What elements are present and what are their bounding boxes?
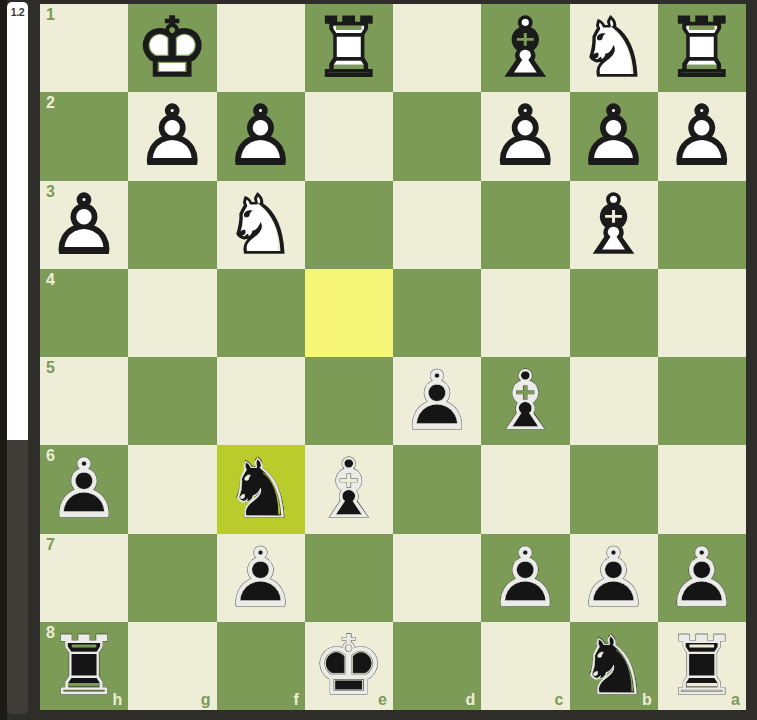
square-b7[interactable]: ♟♙ — [570, 534, 658, 622]
white-rook[interactable]: ♜♖ — [305, 4, 393, 92]
square-b6[interactable] — [570, 445, 658, 533]
square-c5[interactable]: ♝♗ — [481, 357, 569, 445]
square-d6[interactable] — [393, 445, 481, 533]
square-e3[interactable] — [305, 181, 393, 269]
black-king[interactable]: ♚♔ — [305, 622, 393, 710]
piece-glyph-fill: ♟ — [665, 537, 739, 619]
piece-glyph-outline: ♗ — [312, 448, 386, 530]
black-rook[interactable]: ♜♖ — [658, 622, 746, 710]
square-g1[interactable]: ♚♔ — [128, 4, 216, 92]
piece-glyph-outline: ♖ — [665, 7, 739, 89]
piece-glyph-fill: ♚ — [312, 625, 386, 707]
piece-glyph-outline: ♙ — [665, 95, 739, 177]
square-c3[interactable] — [481, 181, 569, 269]
square-h2[interactable]: 2 — [40, 92, 128, 180]
square-a3[interactable] — [658, 181, 746, 269]
square-a2[interactable]: ♟♙ — [658, 92, 746, 180]
piece-glyph-outline: ♘ — [577, 625, 651, 707]
evaluation-value: 1.2 — [7, 6, 28, 18]
white-pawn[interactable]: ♟♙ — [481, 92, 569, 180]
square-b3[interactable]: ♝♗ — [570, 181, 658, 269]
piece-glyph-outline: ♙ — [489, 537, 563, 619]
piece-glyph-fill: ♚ — [136, 7, 210, 89]
black-bishop[interactable]: ♝♗ — [481, 357, 569, 445]
black-bishop[interactable]: ♝♗ — [305, 445, 393, 533]
black-pawn[interactable]: ♟♙ — [658, 534, 746, 622]
piece-glyph-fill: ♟ — [47, 184, 121, 266]
white-knight[interactable]: ♞♘ — [570, 4, 658, 92]
piece-glyph-fill: ♟ — [577, 95, 651, 177]
piece-glyph-outline: ♔ — [312, 625, 386, 707]
square-f7[interactable]: ♟♙ — [217, 534, 305, 622]
square-g6[interactable] — [128, 445, 216, 533]
white-rook[interactable]: ♜♖ — [658, 4, 746, 92]
piece-glyph-outline: ♗ — [489, 360, 563, 442]
piece-glyph-fill: ♜ — [665, 625, 739, 707]
square-h1[interactable]: 1 — [40, 4, 128, 92]
piece-glyph-outline: ♘ — [224, 184, 298, 266]
black-pawn[interactable]: ♟♙ — [217, 534, 305, 622]
square-a4[interactable] — [658, 269, 746, 357]
piece-glyph-outline: ♙ — [400, 360, 474, 442]
square-e2[interactable] — [305, 92, 393, 180]
square-a8[interactable]: a♜♖ — [658, 622, 746, 710]
square-c8[interactable]: c — [481, 622, 569, 710]
white-bishop[interactable]: ♝♗ — [570, 181, 658, 269]
square-e6[interactable]: ♝♗ — [305, 445, 393, 533]
piece-glyph-outline: ♙ — [47, 184, 121, 266]
chess-board: 1♚♔♜♖♝♗♞♘♜♖2♟♙♟♙♟♙♟♙♟♙3♟♙♞♘♝♗45♟♙♝♗6♟♙♞♘… — [40, 4, 746, 710]
square-h4[interactable]: 4 — [40, 269, 128, 357]
square-c2[interactable]: ♟♙ — [481, 92, 569, 180]
rank-label-1: 1 — [46, 7, 55, 23]
piece-glyph-fill: ♟ — [224, 537, 298, 619]
piece-glyph-outline: ♙ — [665, 537, 739, 619]
piece-glyph-outline: ♘ — [224, 448, 298, 530]
square-e4[interactable] — [305, 269, 393, 357]
square-e7[interactable] — [305, 534, 393, 622]
square-g3[interactable] — [128, 181, 216, 269]
white-pawn[interactable]: ♟♙ — [40, 181, 128, 269]
square-d7[interactable] — [393, 534, 481, 622]
game-screen: 1.2 1♚♔♜♖♝♗♞♘♜♖2♟♙♟♙♟♙♟♙♟♙3♟♙♞♘♝♗45♟♙♝♗6… — [0, 0, 757, 720]
square-h8[interactable]: 8h♜♖ — [40, 622, 128, 710]
file-label-d: d — [465, 692, 475, 708]
piece-glyph-outline: ♙ — [489, 95, 563, 177]
file-label-g: g — [201, 692, 211, 708]
black-pawn[interactable]: ♟♙ — [393, 357, 481, 445]
piece-glyph-fill: ♝ — [577, 184, 651, 266]
piece-glyph-outline: ♙ — [47, 448, 121, 530]
square-f1[interactable] — [217, 4, 305, 92]
square-d3[interactable] — [393, 181, 481, 269]
piece-glyph-fill: ♟ — [665, 95, 739, 177]
piece-glyph-outline: ♙ — [577, 537, 651, 619]
piece-glyph-outline: ♘ — [577, 7, 651, 89]
square-d5[interactable]: ♟♙ — [393, 357, 481, 445]
square-f3[interactable]: ♞♘ — [217, 181, 305, 269]
piece-glyph-outline: ♖ — [312, 7, 386, 89]
piece-glyph-outline: ♙ — [224, 95, 298, 177]
piece-glyph-outline: ♖ — [665, 625, 739, 707]
square-b2[interactable]: ♟♙ — [570, 92, 658, 180]
piece-glyph-fill: ♜ — [665, 7, 739, 89]
square-g2[interactable]: ♟♙ — [128, 92, 216, 180]
square-g5[interactable] — [128, 357, 216, 445]
piece-glyph-fill: ♞ — [224, 448, 298, 530]
piece-glyph-fill: ♞ — [224, 184, 298, 266]
square-h3[interactable]: 3♟♙ — [40, 181, 128, 269]
rank-label-2: 2 — [46, 95, 55, 111]
white-pawn[interactable]: ♟♙ — [658, 92, 746, 180]
square-c6[interactable] — [481, 445, 569, 533]
black-pawn[interactable]: ♟♙ — [570, 534, 658, 622]
piece-glyph-fill: ♟ — [47, 448, 121, 530]
piece-glyph-outline: ♖ — [47, 625, 121, 707]
square-d4[interactable] — [393, 269, 481, 357]
square-c1[interactable]: ♝♗ — [481, 4, 569, 92]
white-pawn[interactable]: ♟♙ — [570, 92, 658, 180]
file-label-f: f — [293, 692, 298, 708]
piece-glyph-outline: ♙ — [224, 537, 298, 619]
white-bishop[interactable]: ♝♗ — [481, 4, 569, 92]
white-pawn[interactable]: ♟♙ — [217, 92, 305, 180]
piece-glyph-outline: ♙ — [136, 95, 210, 177]
white-king[interactable]: ♚♔ — [128, 4, 216, 92]
square-e5[interactable] — [305, 357, 393, 445]
white-knight[interactable]: ♞♘ — [217, 181, 305, 269]
square-c4[interactable] — [481, 269, 569, 357]
square-b8[interactable]: b♞♘ — [570, 622, 658, 710]
square-a1[interactable]: ♜♖ — [658, 4, 746, 92]
black-pawn[interactable]: ♟♙ — [481, 534, 569, 622]
square-g8[interactable]: g — [128, 622, 216, 710]
square-d2[interactable] — [393, 92, 481, 180]
piece-glyph-outline: ♔ — [136, 7, 210, 89]
square-f4[interactable] — [217, 269, 305, 357]
square-b4[interactable] — [570, 269, 658, 357]
square-e1[interactable]: ♜♖ — [305, 4, 393, 92]
rank-label-7: 7 — [46, 537, 55, 553]
black-knight[interactable]: ♞♘ — [570, 622, 658, 710]
square-b5[interactable] — [570, 357, 658, 445]
square-h5[interactable]: 5 — [40, 357, 128, 445]
square-d1[interactable] — [393, 4, 481, 92]
piece-glyph-outline: ♗ — [489, 7, 563, 89]
file-label-c: c — [555, 692, 564, 708]
piece-glyph-fill: ♜ — [312, 7, 386, 89]
evaluation-white-fill — [7, 2, 28, 440]
rank-label-5: 5 — [46, 360, 55, 376]
left-margin — [0, 0, 7, 720]
black-knight[interactable]: ♞♘ — [217, 445, 305, 533]
piece-glyph-fill: ♟ — [489, 95, 563, 177]
square-h6[interactable]: 6♟♙ — [40, 445, 128, 533]
square-a6[interactable] — [658, 445, 746, 533]
square-c7[interactable]: ♟♙ — [481, 534, 569, 622]
piece-glyph-fill: ♟ — [224, 95, 298, 177]
square-f6[interactable]: ♞♘ — [217, 445, 305, 533]
square-f5[interactable] — [217, 357, 305, 445]
black-pawn[interactable]: ♟♙ — [40, 445, 128, 533]
square-a7[interactable]: ♟♙ — [658, 534, 746, 622]
piece-glyph-fill: ♝ — [489, 360, 563, 442]
square-b1[interactable]: ♞♘ — [570, 4, 658, 92]
piece-glyph-fill: ♟ — [136, 95, 210, 177]
square-e8[interactable]: e♚♔ — [305, 622, 393, 710]
square-d8[interactable]: d — [393, 622, 481, 710]
piece-glyph-outline: ♙ — [577, 95, 651, 177]
piece-glyph-fill: ♟ — [489, 537, 563, 619]
rank-label-4: 4 — [46, 272, 55, 288]
piece-glyph-fill: ♝ — [489, 7, 563, 89]
square-f2[interactable]: ♟♙ — [217, 92, 305, 180]
piece-glyph-fill: ♟ — [577, 537, 651, 619]
square-g7[interactable] — [128, 534, 216, 622]
square-h7[interactable]: 7 — [40, 534, 128, 622]
black-rook[interactable]: ♜♖ — [40, 622, 128, 710]
piece-glyph-outline: ♗ — [577, 184, 651, 266]
piece-glyph-fill: ♞ — [577, 7, 651, 89]
piece-glyph-fill: ♞ — [577, 625, 651, 707]
square-g4[interactable] — [128, 269, 216, 357]
piece-glyph-fill: ♜ — [47, 625, 121, 707]
square-f8[interactable]: f — [217, 622, 305, 710]
square-a5[interactable] — [658, 357, 746, 445]
evaluation-bar: 1.2 — [7, 2, 28, 714]
white-pawn[interactable]: ♟♙ — [128, 92, 216, 180]
piece-glyph-fill: ♟ — [400, 360, 474, 442]
piece-glyph-fill: ♝ — [312, 448, 386, 530]
